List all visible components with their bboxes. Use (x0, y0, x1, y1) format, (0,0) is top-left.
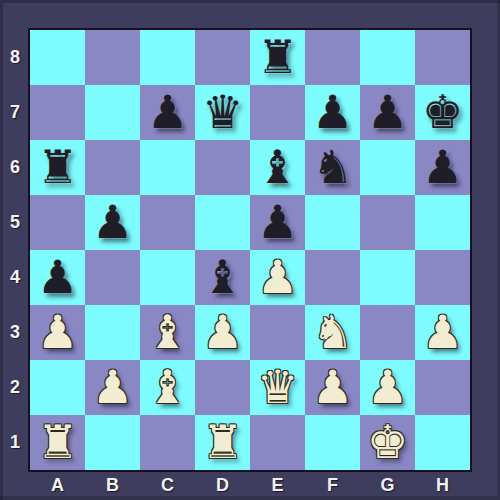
file-label-f: F (305, 470, 360, 500)
square-c3[interactable]: ♝ (140, 305, 195, 360)
square-f1[interactable] (305, 415, 360, 470)
square-g6[interactable] (360, 140, 415, 195)
square-b8[interactable] (85, 30, 140, 85)
white-rook[interactable]: ♜ (195, 415, 250, 470)
square-e1[interactable] (250, 415, 305, 470)
white-king[interactable]: ♚ (360, 415, 415, 470)
square-b1[interactable] (85, 415, 140, 470)
rank-label-6: 6 (0, 140, 30, 195)
square-c6[interactable] (140, 140, 195, 195)
square-d1[interactable]: ♜ (195, 415, 250, 470)
white-knight[interactable]: ♞ (305, 305, 360, 360)
chess-board[interactable]: ♜♟♛♟♟♚♜♝♞♟♟♟♟♝♟♟♝♟♞♟♟♝♛♟♟♜♜♚ (30, 30, 470, 470)
square-d7[interactable]: ♛ (195, 85, 250, 140)
square-g5[interactable] (360, 195, 415, 250)
rank-label-4: 4 (0, 250, 30, 305)
square-f5[interactable] (305, 195, 360, 250)
square-c2[interactable]: ♝ (140, 360, 195, 415)
file-label-h: H (415, 470, 470, 500)
black-bishop[interactable]: ♝ (195, 250, 250, 305)
black-pawn[interactable]: ♟ (30, 250, 85, 305)
file-label-e: E (250, 470, 305, 500)
rank-label-1: 1 (0, 415, 30, 470)
file-label-c: C (140, 470, 195, 500)
square-a1[interactable]: ♜ (30, 415, 85, 470)
square-e3[interactable] (250, 305, 305, 360)
white-pawn[interactable]: ♟ (85, 360, 140, 415)
square-g2[interactable]: ♟ (360, 360, 415, 415)
black-pawn[interactable]: ♟ (140, 85, 195, 140)
white-bishop[interactable]: ♝ (140, 360, 195, 415)
square-f6[interactable]: ♞ (305, 140, 360, 195)
black-rook[interactable]: ♜ (30, 140, 85, 195)
rank-label-3: 3 (0, 305, 30, 360)
square-d6[interactable] (195, 140, 250, 195)
white-pawn[interactable]: ♟ (415, 305, 470, 360)
square-a8[interactable] (30, 30, 85, 85)
square-h7[interactable]: ♚ (415, 85, 470, 140)
black-pawn[interactable]: ♟ (85, 195, 140, 250)
black-king[interactable]: ♚ (415, 85, 470, 140)
white-pawn[interactable]: ♟ (30, 305, 85, 360)
file-labels: ABCDEFGH (30, 470, 470, 500)
square-g7[interactable]: ♟ (360, 85, 415, 140)
square-d5[interactable] (195, 195, 250, 250)
square-e6[interactable]: ♝ (250, 140, 305, 195)
square-h3[interactable]: ♟ (415, 305, 470, 360)
white-rook[interactable]: ♜ (30, 415, 85, 470)
black-pawn[interactable]: ♟ (415, 140, 470, 195)
square-e4[interactable]: ♟ (250, 250, 305, 305)
square-f3[interactable]: ♞ (305, 305, 360, 360)
white-queen[interactable]: ♛ (250, 360, 305, 415)
black-pawn[interactable]: ♟ (360, 85, 415, 140)
rank-label-8: 8 (0, 30, 30, 85)
square-b4[interactable] (85, 250, 140, 305)
square-e7[interactable] (250, 85, 305, 140)
white-pawn[interactable]: ♟ (250, 250, 305, 305)
square-a7[interactable] (30, 85, 85, 140)
square-f2[interactable]: ♟ (305, 360, 360, 415)
black-pawn[interactable]: ♟ (250, 195, 305, 250)
white-pawn[interactable]: ♟ (195, 305, 250, 360)
square-c1[interactable] (140, 415, 195, 470)
square-h4[interactable] (415, 250, 470, 305)
square-d4[interactable]: ♝ (195, 250, 250, 305)
rank-labels: 87654321 (0, 30, 30, 470)
square-a2[interactable] (30, 360, 85, 415)
square-h6[interactable]: ♟ (415, 140, 470, 195)
rank-label-7: 7 (0, 85, 30, 140)
square-g3[interactable] (360, 305, 415, 360)
black-queen[interactable]: ♛ (195, 85, 250, 140)
square-a5[interactable] (30, 195, 85, 250)
file-label-d: D (195, 470, 250, 500)
square-c4[interactable] (140, 250, 195, 305)
square-h1[interactable] (415, 415, 470, 470)
square-b7[interactable] (85, 85, 140, 140)
square-h5[interactable] (415, 195, 470, 250)
white-pawn[interactable]: ♟ (360, 360, 415, 415)
square-b5[interactable]: ♟ (85, 195, 140, 250)
square-b6[interactable] (85, 140, 140, 195)
square-g8[interactable] (360, 30, 415, 85)
square-g1[interactable]: ♚ (360, 415, 415, 470)
square-f7[interactable]: ♟ (305, 85, 360, 140)
rank-label-5: 5 (0, 195, 30, 250)
white-bishop[interactable]: ♝ (140, 305, 195, 360)
square-f4[interactable] (305, 250, 360, 305)
square-c7[interactable]: ♟ (140, 85, 195, 140)
square-e5[interactable]: ♟ (250, 195, 305, 250)
square-g4[interactable] (360, 250, 415, 305)
square-a6[interactable]: ♜ (30, 140, 85, 195)
rank-label-2: 2 (0, 360, 30, 415)
square-f8[interactable] (305, 30, 360, 85)
black-rook[interactable]: ♜ (250, 30, 305, 85)
square-b2[interactable]: ♟ (85, 360, 140, 415)
square-h8[interactable] (415, 30, 470, 85)
white-pawn[interactable]: ♟ (305, 360, 360, 415)
square-d2[interactable] (195, 360, 250, 415)
black-bishop[interactable]: ♝ (250, 140, 305, 195)
file-label-g: G (360, 470, 415, 500)
square-e8[interactable]: ♜ (250, 30, 305, 85)
square-e2[interactable]: ♛ (250, 360, 305, 415)
square-c5[interactable] (140, 195, 195, 250)
square-h2[interactable] (415, 360, 470, 415)
black-knight[interactable]: ♞ (305, 140, 360, 195)
file-label-b: B (85, 470, 140, 500)
black-pawn[interactable]: ♟ (305, 85, 360, 140)
square-d3[interactable]: ♟ (195, 305, 250, 360)
square-d8[interactable] (195, 30, 250, 85)
square-a4[interactable]: ♟ (30, 250, 85, 305)
file-label-a: A (30, 470, 85, 500)
chessboard-frame: 87654321 ♜♟♛♟♟♚♜♝♞♟♟♟♟♝♟♟♝♟♞♟♟♝♛♟♟♜♜♚ AB… (0, 0, 500, 500)
square-a3[interactable]: ♟ (30, 305, 85, 360)
square-b3[interactable] (85, 305, 140, 360)
square-c8[interactable] (140, 30, 195, 85)
